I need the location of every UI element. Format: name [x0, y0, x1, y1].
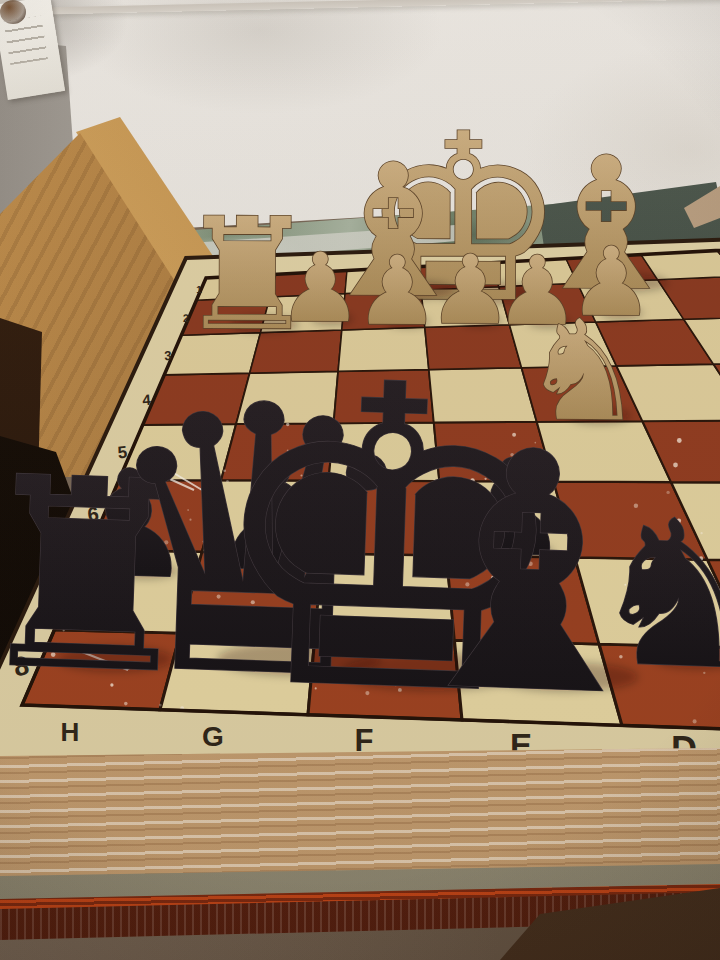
kitchen-chess-photo: HGFED87654321♚♝♝♜♟♟♟♟♟♞♟♟♟♜♛♚♝♞	[0, 0, 720, 960]
piece-black-knight-d8[interactable]: ♞	[584, 474, 720, 716]
pieces-layer[interactable]: ♚♝♝♜♟♟♟♟♟♞♟♟♟♜♛♚♝♞	[0, 85, 720, 790]
